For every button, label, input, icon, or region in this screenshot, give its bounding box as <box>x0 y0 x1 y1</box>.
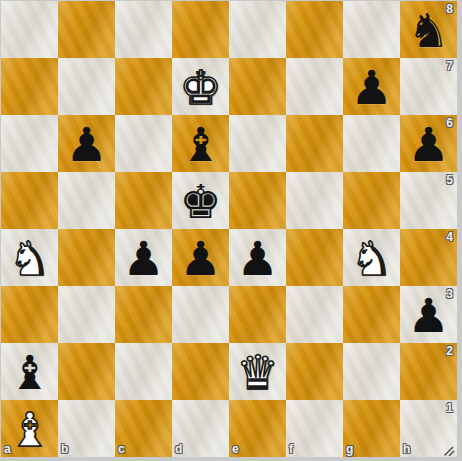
square-b1[interactable]: b <box>58 400 115 457</box>
square-f2[interactable] <box>286 343 343 400</box>
square-d7[interactable]: ♚ <box>172 58 229 115</box>
square-a1[interactable]: ♝a <box>1 400 58 457</box>
square-f7[interactable] <box>286 58 343 115</box>
black-pawn[interactable]: ♟ <box>343 59 400 116</box>
square-d3[interactable] <box>172 286 229 343</box>
black-pawn[interactable]: ♟ <box>58 116 115 173</box>
black-bishop[interactable]: ♝ <box>1 344 58 401</box>
square-d5[interactable]: ♚ <box>172 172 229 229</box>
square-a6[interactable] <box>1 115 58 172</box>
square-e5[interactable] <box>229 172 286 229</box>
square-b6[interactable]: ♟ <box>58 115 115 172</box>
square-f1[interactable]: f <box>286 400 343 457</box>
rank-label-1: 1 <box>446 401 453 415</box>
square-d1[interactable]: d <box>172 400 229 457</box>
square-a7[interactable] <box>1 58 58 115</box>
file-label-g: g <box>346 442 353 456</box>
white-knight[interactable]: ♞ <box>1 230 58 287</box>
square-g4[interactable]: ♞ <box>343 229 400 286</box>
chess-board-frame: ♞8♚♟7♟♝♟6♚5♞♟♟♟♞4♟3♝♛2♝abcdefg1h <box>0 0 462 461</box>
square-e2[interactable]: ♛ <box>229 343 286 400</box>
file-label-h: h <box>403 442 410 456</box>
square-c4[interactable]: ♟ <box>115 229 172 286</box>
black-pawn[interactable]: ♟ <box>400 287 457 344</box>
square-b8[interactable] <box>58 1 115 58</box>
black-pawn[interactable]: ♟ <box>172 230 229 287</box>
square-f5[interactable] <box>286 172 343 229</box>
square-h8[interactable]: ♞8 <box>400 1 457 58</box>
square-e1[interactable]: e <box>229 400 286 457</box>
rank-label-2: 2 <box>446 344 453 358</box>
black-bishop[interactable]: ♝ <box>172 116 229 173</box>
square-c7[interactable] <box>115 58 172 115</box>
square-g5[interactable] <box>343 172 400 229</box>
square-c5[interactable] <box>115 172 172 229</box>
square-c3[interactable] <box>115 286 172 343</box>
white-knight[interactable]: ♞ <box>343 230 400 287</box>
file-label-e: e <box>232 442 239 456</box>
square-c8[interactable] <box>115 1 172 58</box>
square-f3[interactable] <box>286 286 343 343</box>
white-bishop[interactable]: ♝ <box>1 401 58 458</box>
square-a3[interactable] <box>1 286 58 343</box>
square-g2[interactable] <box>343 343 400 400</box>
white-king[interactable]: ♚ <box>172 59 229 116</box>
black-pawn[interactable]: ♟ <box>229 230 286 287</box>
chess-board: ♞8♚♟7♟♝♟6♚5♞♟♟♟♞4♟3♝♛2♝abcdefg1h <box>1 1 457 457</box>
square-d2[interactable] <box>172 343 229 400</box>
file-label-d: d <box>175 442 182 456</box>
square-g7[interactable]: ♟ <box>343 58 400 115</box>
corner-grip-icon <box>442 442 455 455</box>
square-d4[interactable]: ♟ <box>172 229 229 286</box>
square-e6[interactable] <box>229 115 286 172</box>
square-h3[interactable]: ♟3 <box>400 286 457 343</box>
black-king[interactable]: ♚ <box>172 173 229 230</box>
square-h1[interactable]: 1h <box>400 400 457 457</box>
square-g3[interactable] <box>343 286 400 343</box>
square-h6[interactable]: ♟6 <box>400 115 457 172</box>
square-e4[interactable]: ♟ <box>229 229 286 286</box>
square-d8[interactable] <box>172 1 229 58</box>
square-e3[interactable] <box>229 286 286 343</box>
square-f8[interactable] <box>286 1 343 58</box>
white-queen[interactable]: ♛ <box>229 344 286 401</box>
file-label-b: b <box>61 442 68 456</box>
square-h4[interactable]: 4 <box>400 229 457 286</box>
file-label-c: c <box>118 442 125 456</box>
square-a2[interactable]: ♝ <box>1 343 58 400</box>
rank-label-5: 5 <box>446 173 453 187</box>
square-a8[interactable] <box>1 1 58 58</box>
square-a4[interactable]: ♞ <box>1 229 58 286</box>
square-b4[interactable] <box>58 229 115 286</box>
square-a5[interactable] <box>1 172 58 229</box>
square-h7[interactable]: 7 <box>400 58 457 115</box>
black-pawn[interactable]: ♟ <box>115 230 172 287</box>
square-d6[interactable]: ♝ <box>172 115 229 172</box>
square-b7[interactable] <box>58 58 115 115</box>
square-c6[interactable] <box>115 115 172 172</box>
square-g8[interactable] <box>343 1 400 58</box>
rank-label-4: 4 <box>446 230 453 244</box>
square-f4[interactable] <box>286 229 343 286</box>
square-e8[interactable] <box>229 1 286 58</box>
square-f6[interactable] <box>286 115 343 172</box>
square-c1[interactable]: c <box>115 400 172 457</box>
square-g6[interactable] <box>343 115 400 172</box>
black-knight[interactable]: ♞ <box>400 2 457 59</box>
black-pawn[interactable]: ♟ <box>400 116 457 173</box>
file-label-f: f <box>289 442 293 456</box>
square-h2[interactable]: 2 <box>400 343 457 400</box>
square-b5[interactable] <box>58 172 115 229</box>
square-b3[interactable] <box>58 286 115 343</box>
square-g1[interactable]: g <box>343 400 400 457</box>
square-h5[interactable]: 5 <box>400 172 457 229</box>
square-b2[interactable] <box>58 343 115 400</box>
square-e7[interactable] <box>229 58 286 115</box>
rank-label-7: 7 <box>446 59 453 73</box>
square-c2[interactable] <box>115 343 172 400</box>
